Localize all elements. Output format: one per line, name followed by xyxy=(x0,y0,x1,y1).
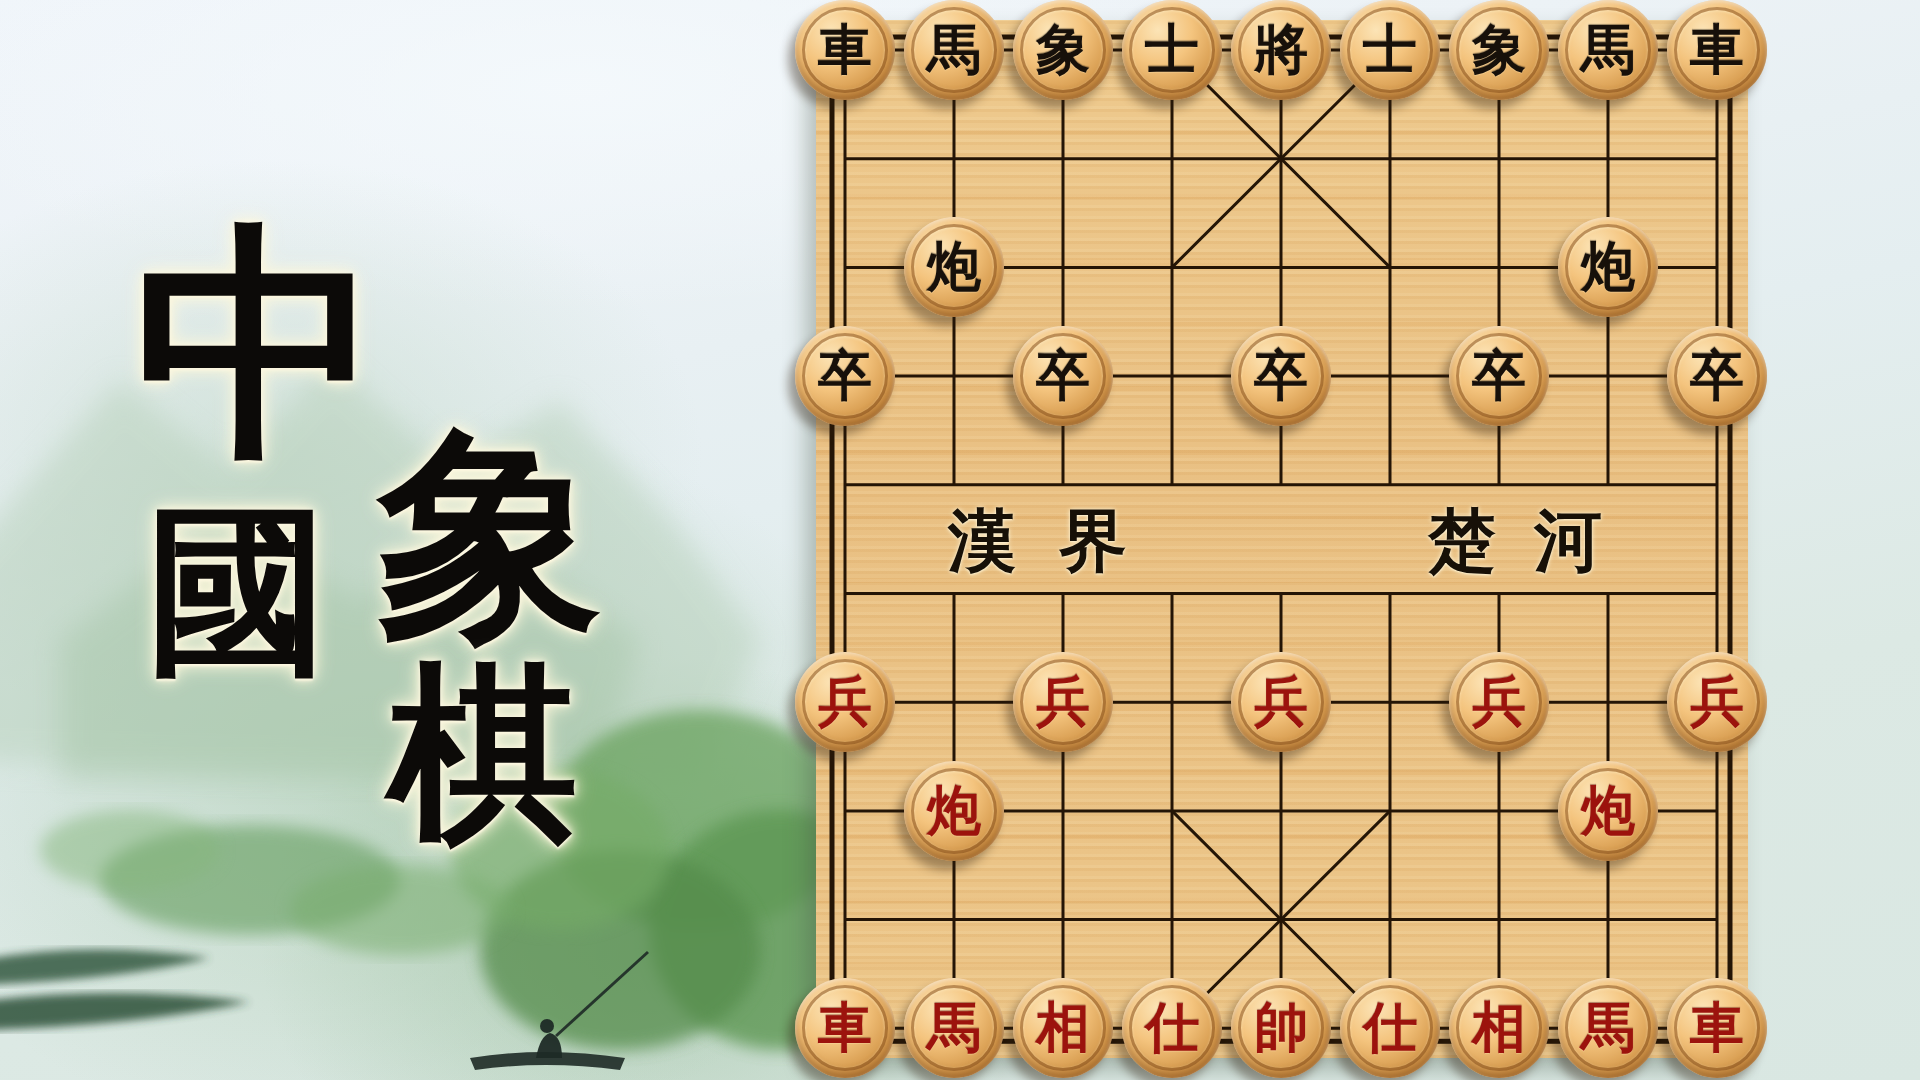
board-intersection[interactable] xyxy=(1009,539,1118,648)
board-intersection[interactable]: 相 xyxy=(1445,974,1554,1080)
piece-glyph: 仕 xyxy=(1363,1001,1417,1055)
piece-black-advisor[interactable]: 士 xyxy=(1122,0,1222,100)
board-intersection[interactable] xyxy=(1336,213,1445,322)
board-intersection[interactable] xyxy=(1227,213,1336,322)
board-intersection[interactable] xyxy=(1445,104,1554,213)
board-intersection[interactable] xyxy=(1336,539,1445,648)
title-char-guo: 國 xyxy=(146,499,328,681)
board-intersection[interactable] xyxy=(1663,865,1772,974)
piece-black-chariot[interactable]: 車 xyxy=(1667,0,1767,100)
piece-red-elephant[interactable]: 相 xyxy=(1449,978,1549,1078)
piece-black-horse[interactable]: 馬 xyxy=(904,0,1004,100)
board-intersection[interactable] xyxy=(791,756,900,865)
board-intersection[interactable]: 卒 xyxy=(1445,322,1554,431)
board-intersection[interactable] xyxy=(1663,213,1772,322)
piece-glyph: 將 xyxy=(1254,23,1308,77)
piece-glyph: 卒 xyxy=(1690,349,1744,403)
board-intersection[interactable] xyxy=(791,430,900,539)
board-intersection[interactable]: 馬 xyxy=(900,974,1009,1080)
board-intersection[interactable]: 象 xyxy=(1445,0,1554,104)
piece-black-elephant[interactable]: 象 xyxy=(1013,0,1113,100)
board-intersection[interactable]: 車 xyxy=(1663,0,1772,104)
board-intersection[interactable] xyxy=(1227,430,1336,539)
board-intersection[interactable] xyxy=(1227,539,1336,648)
board-intersection[interactable]: 炮 xyxy=(900,756,1009,865)
piece-red-chariot[interactable]: 車 xyxy=(795,978,895,1078)
piece-black-soldier[interactable]: 卒 xyxy=(1449,326,1549,426)
board-intersection[interactable] xyxy=(1118,865,1227,974)
board-intersection[interactable] xyxy=(1118,430,1227,539)
board-intersection[interactable] xyxy=(1445,865,1554,974)
piece-glyph: 仕 xyxy=(1145,1001,1199,1055)
board-intersection[interactable]: 卒 xyxy=(791,322,900,431)
board-intersection[interactable]: 兵 xyxy=(1009,648,1118,757)
title-char-zhong: 中 xyxy=(134,219,382,467)
piece-glyph: 車 xyxy=(1690,23,1744,77)
board-intersection[interactable]: 車 xyxy=(791,974,900,1080)
board-intersection[interactable] xyxy=(1554,430,1663,539)
board-intersection[interactable] xyxy=(900,648,1009,757)
piece-red-chariot[interactable]: 車 xyxy=(1667,978,1767,1078)
piece-glyph: 馬 xyxy=(1581,23,1635,77)
board-intersection[interactable] xyxy=(1118,756,1227,865)
piece-glyph: 相 xyxy=(1472,1001,1526,1055)
piece-red-soldier[interactable]: 兵 xyxy=(1231,652,1331,752)
piece-glyph: 兵 xyxy=(1036,675,1090,729)
piece-glyph: 士 xyxy=(1363,23,1417,77)
piece-red-horse[interactable]: 馬 xyxy=(904,978,1004,1078)
piece-black-general[interactable]: 將 xyxy=(1231,0,1331,100)
board-intersection[interactable] xyxy=(791,104,900,213)
board-intersection[interactable] xyxy=(1009,104,1118,213)
board-intersection[interactable] xyxy=(1336,865,1445,974)
piece-red-general[interactable]: 帥 xyxy=(1231,978,1331,1078)
piece-glyph: 帥 xyxy=(1254,1001,1308,1055)
piece-glyph: 兵 xyxy=(1690,675,1744,729)
piece-black-cannon[interactable]: 炮 xyxy=(1558,217,1658,317)
piece-glyph: 卒 xyxy=(1036,349,1090,403)
board-intersection[interactable] xyxy=(1554,865,1663,974)
board-intersection[interactable] xyxy=(1663,539,1772,648)
board-intersection[interactable] xyxy=(1118,322,1227,431)
board-intersection[interactable] xyxy=(900,322,1009,431)
board-intersection[interactable] xyxy=(1445,756,1554,865)
piece-glyph: 馬 xyxy=(927,1001,981,1055)
board-intersection[interactable] xyxy=(900,104,1009,213)
piece-red-soldier[interactable]: 兵 xyxy=(1013,652,1113,752)
board-intersection[interactable]: 車 xyxy=(1663,974,1772,1080)
board-intersection[interactable]: 將 xyxy=(1227,0,1336,104)
piece-glyph: 卒 xyxy=(818,349,872,403)
board-intersection[interactable] xyxy=(1227,756,1336,865)
piece-red-soldier[interactable]: 兵 xyxy=(1449,652,1549,752)
piece-glyph: 炮 xyxy=(1581,240,1635,294)
board-intersection[interactable] xyxy=(1118,213,1227,322)
board-intersection[interactable] xyxy=(791,865,900,974)
board-intersection[interactable]: 象 xyxy=(1009,0,1118,104)
piece-glyph: 象 xyxy=(1472,23,1526,77)
piece-glyph: 士 xyxy=(1145,23,1199,77)
board-intersection[interactable] xyxy=(791,539,900,648)
board-intersection[interactable] xyxy=(1118,539,1227,648)
title-char-qi: 棋 xyxy=(388,658,578,848)
piece-black-chariot[interactable]: 車 xyxy=(795,0,895,100)
board-intersection[interactable]: 兵 xyxy=(1445,648,1554,757)
board-intersection[interactable]: 馬 xyxy=(1554,0,1663,104)
board-intersection[interactable] xyxy=(900,865,1009,974)
piece-glyph: 馬 xyxy=(1581,1001,1635,1055)
piece-glyph: 兵 xyxy=(818,675,872,729)
piece-glyph: 炮 xyxy=(927,784,981,838)
piece-glyph: 相 xyxy=(1036,1001,1090,1055)
board-intersection[interactable]: 炮 xyxy=(900,213,1009,322)
board-intersection[interactable]: 炮 xyxy=(1554,756,1663,865)
board-intersection[interactable] xyxy=(1445,539,1554,648)
board-intersection[interactable]: 車 xyxy=(791,0,900,104)
piece-glyph: 卒 xyxy=(1472,349,1526,403)
piece-glyph: 象 xyxy=(1036,23,1090,77)
board-intersection[interactable]: 士 xyxy=(1336,0,1445,104)
board-intersection[interactable] xyxy=(1118,104,1227,213)
board-intersection[interactable] xyxy=(791,213,900,322)
board-intersection[interactable] xyxy=(1009,865,1118,974)
piece-red-soldier[interactable]: 兵 xyxy=(795,652,895,752)
board-intersection[interactable] xyxy=(1336,104,1445,213)
board-intersection[interactable] xyxy=(1118,648,1227,757)
board-intersection[interactable]: 仕 xyxy=(1118,974,1227,1080)
board-intersection[interactable]: 士 xyxy=(1118,0,1227,104)
title-char-xiang: 象 xyxy=(377,422,603,648)
board-intersection[interactable] xyxy=(1554,322,1663,431)
board-intersection[interactable] xyxy=(1445,213,1554,322)
board-intersection[interactable]: 卒 xyxy=(1227,322,1336,431)
board-intersection[interactable]: 帥 xyxy=(1227,974,1336,1080)
board-intersection[interactable]: 馬 xyxy=(1554,974,1663,1080)
piece-red-advisor[interactable]: 仕 xyxy=(1122,978,1222,1078)
board-intersection[interactable]: 兵 xyxy=(1663,648,1772,757)
piece-glyph: 馬 xyxy=(927,23,981,77)
piece-red-cannon[interactable]: 炮 xyxy=(1558,761,1658,861)
piece-glyph: 車 xyxy=(1690,1001,1744,1055)
piece-red-elephant[interactable]: 相 xyxy=(1013,978,1113,1078)
board-intersection[interactable] xyxy=(1336,756,1445,865)
board-intersection[interactable] xyxy=(1009,430,1118,539)
board-intersection[interactable]: 仕 xyxy=(1336,974,1445,1080)
piece-black-elephant[interactable]: 象 xyxy=(1449,0,1549,100)
boat-silhouettes xyxy=(0,949,250,1030)
board-intersection[interactable]: 卒 xyxy=(1663,322,1772,431)
board-intersection[interactable] xyxy=(1336,648,1445,757)
piece-glyph: 車 xyxy=(818,1001,872,1055)
board-intersection[interactable] xyxy=(1554,104,1663,213)
board-intersection[interactable] xyxy=(1336,430,1445,539)
piece-glyph: 兵 xyxy=(1254,675,1308,729)
piece-black-soldier[interactable]: 卒 xyxy=(795,326,895,426)
board-intersection[interactable] xyxy=(1554,539,1663,648)
piece-glyph: 炮 xyxy=(927,240,981,294)
piece-red-horse[interactable]: 馬 xyxy=(1558,978,1658,1078)
board-intersection[interactable] xyxy=(900,430,1009,539)
piece-black-advisor[interactable]: 士 xyxy=(1340,0,1440,100)
board-intersection[interactable] xyxy=(900,539,1009,648)
board-intersection[interactable] xyxy=(1445,430,1554,539)
board-intersection[interactable] xyxy=(1336,322,1445,431)
xiangqi-splash-screen: 中 國 象 棋 漢 界 楚 河 車馬象士將士象馬車炮炮卒卒卒卒卒兵兵兵兵兵炮炮車… xyxy=(0,0,1920,1080)
board-intersection[interactable]: 兵 xyxy=(1227,648,1336,757)
piece-black-horse[interactable]: 馬 xyxy=(1558,0,1658,100)
piece-glyph: 兵 xyxy=(1472,675,1526,729)
piece-black-soldier[interactable]: 卒 xyxy=(1013,326,1113,426)
board-intersection[interactable] xyxy=(1009,756,1118,865)
board-intersection[interactable]: 炮 xyxy=(1554,213,1663,322)
board-intersection[interactable] xyxy=(1663,430,1772,539)
piece-glyph: 車 xyxy=(818,23,872,77)
board-intersection[interactable] xyxy=(1663,756,1772,865)
piece-red-soldier[interactable]: 兵 xyxy=(1667,652,1767,752)
board-intersection[interactable] xyxy=(1663,104,1772,213)
piece-black-soldier[interactable]: 卒 xyxy=(1231,326,1331,426)
board-intersection[interactable] xyxy=(1227,104,1336,213)
piece-black-soldier[interactable]: 卒 xyxy=(1667,326,1767,426)
piece-black-cannon[interactable]: 炮 xyxy=(904,217,1004,317)
board-intersection[interactable] xyxy=(1554,648,1663,757)
board-intersection[interactable]: 馬 xyxy=(900,0,1009,104)
board-intersection[interactable]: 卒 xyxy=(1009,322,1118,431)
board-intersection[interactable] xyxy=(1009,213,1118,322)
fisherman-silhouette xyxy=(470,952,648,1070)
board-intersections: 車馬象士將士象馬車炮炮卒卒卒卒卒兵兵兵兵兵炮炮車馬相仕帥仕相馬車 xyxy=(791,0,1772,1080)
board-intersection[interactable]: 兵 xyxy=(791,648,900,757)
piece-red-advisor[interactable]: 仕 xyxy=(1340,978,1440,1078)
board-intersection[interactable]: 相 xyxy=(1009,974,1118,1080)
piece-glyph: 炮 xyxy=(1581,784,1635,838)
board-intersection[interactable] xyxy=(1227,865,1336,974)
piece-red-cannon[interactable]: 炮 xyxy=(904,761,1004,861)
piece-glyph: 卒 xyxy=(1254,349,1308,403)
